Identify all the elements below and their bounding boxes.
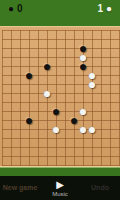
white-capture-count: 1 xyxy=(97,3,103,15)
undo-label: Undo xyxy=(91,184,109,192)
new-game-label: New game xyxy=(3,184,38,192)
undo-button[interactable]: Undo xyxy=(80,176,120,200)
top-bar: ● 0 1 ● xyxy=(0,0,120,26)
white-stone-icon: ● xyxy=(106,4,112,14)
board[interactable]: ●●●●●●●●●●●●●●● xyxy=(0,26,120,167)
new-game-button[interactable]: New game xyxy=(0,176,40,200)
black-capture-counter: ● 0 xyxy=(8,3,23,15)
black-capture-count: 0 xyxy=(17,3,23,15)
play-icon: ▶ xyxy=(56,179,64,190)
board-grid xyxy=(2,30,120,166)
music-button[interactable]: ▶ Music xyxy=(40,176,80,200)
white-capture-counter: 1 ● xyxy=(97,3,112,15)
music-label: Music xyxy=(52,190,68,198)
black-stone-icon: ● xyxy=(8,4,14,14)
bottom-menu-bar: New game ▶ Music Undo xyxy=(0,176,120,200)
app-screen: ● 0 1 ● ●●●●●●●●●●●●●●● New game ▶ Music… xyxy=(0,0,120,200)
